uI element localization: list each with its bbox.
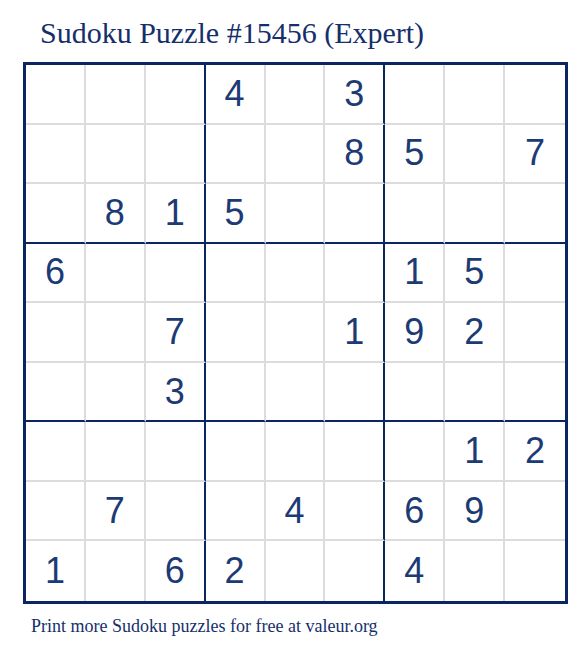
cell-r6c4 — [206, 363, 266, 423]
cell-r4c7: 1 — [385, 244, 445, 304]
given-digit: 9 — [404, 314, 424, 350]
cell-r9c4: 2 — [206, 541, 266, 601]
cell-r9c2 — [86, 541, 146, 601]
cell-r4c9 — [505, 244, 565, 304]
cell-r4c6 — [325, 244, 385, 304]
cell-r4c3 — [146, 244, 206, 304]
cell-r1c6: 3 — [325, 65, 385, 125]
cell-r8c3 — [146, 482, 206, 542]
cell-r4c1: 6 — [26, 244, 86, 304]
given-digit: 5 — [404, 135, 424, 171]
cell-r9c3: 6 — [146, 541, 206, 601]
given-digit: 2 — [464, 314, 484, 350]
cell-r6c1 — [26, 363, 86, 423]
cell-r1c5 — [266, 65, 326, 125]
given-digit: 5 — [464, 254, 484, 290]
cell-r5c5 — [266, 303, 326, 363]
given-digit: 7 — [105, 493, 125, 529]
cell-r2c6: 8 — [325, 125, 385, 185]
given-digit: 2 — [525, 433, 545, 469]
cell-r7c8: 1 — [445, 422, 505, 482]
cell-r2c4 — [206, 125, 266, 185]
cell-r5c1 — [26, 303, 86, 363]
cell-r1c7 — [385, 65, 445, 125]
cell-r4c2 — [86, 244, 146, 304]
given-digit: 1 — [45, 553, 65, 589]
cell-r7c7 — [385, 422, 445, 482]
cell-r5c2 — [86, 303, 146, 363]
cell-r3c7 — [385, 184, 445, 244]
cell-r3c4: 5 — [206, 184, 266, 244]
cell-r9c8 — [445, 541, 505, 601]
cell-r6c2 — [86, 363, 146, 423]
cell-r8c1 — [26, 482, 86, 542]
given-digit: 6 — [45, 254, 65, 290]
cell-r9c5 — [266, 541, 326, 601]
given-digit: 4 — [225, 76, 245, 112]
cell-r2c9: 7 — [505, 125, 565, 185]
cell-r9c9 — [505, 541, 565, 601]
cell-r7c4 — [206, 422, 266, 482]
cell-r3c3: 1 — [146, 184, 206, 244]
given-digit: 3 — [344, 76, 364, 112]
cell-r5c7: 9 — [385, 303, 445, 363]
cell-r5c6: 1 — [325, 303, 385, 363]
cell-r1c3 — [146, 65, 206, 125]
cell-r9c6 — [325, 541, 385, 601]
cell-r3c1 — [26, 184, 86, 244]
cell-r8c8: 9 — [445, 482, 505, 542]
page-title: Sudoku Puzzle #15456 (Expert) — [40, 18, 424, 48]
cell-r4c8: 5 — [445, 244, 505, 304]
given-digit: 4 — [284, 493, 304, 529]
given-digit: 3 — [165, 374, 185, 410]
cell-r1c2 — [86, 65, 146, 125]
given-digit: 5 — [225, 195, 245, 231]
cell-r2c2 — [86, 125, 146, 185]
cell-r8c7: 6 — [385, 482, 445, 542]
footer-text: Print more Sudoku puzzles for free at va… — [31, 616, 378, 638]
cell-r3c6 — [325, 184, 385, 244]
cell-r6c8 — [445, 363, 505, 423]
cell-r8c6 — [325, 482, 385, 542]
cell-r1c1 — [26, 65, 86, 125]
cell-r3c8 — [445, 184, 505, 244]
cell-r1c8 — [445, 65, 505, 125]
given-digit: 7 — [525, 135, 545, 171]
cell-r5c4 — [206, 303, 266, 363]
given-digit: 1 — [344, 314, 364, 350]
given-digit: 8 — [105, 195, 125, 231]
cell-r2c8 — [445, 125, 505, 185]
given-digit: 8 — [344, 135, 364, 171]
cell-r8c4 — [206, 482, 266, 542]
cell-r6c6 — [325, 363, 385, 423]
cell-r9c7: 4 — [385, 541, 445, 601]
cell-r8c2: 7 — [86, 482, 146, 542]
cell-r5c3: 7 — [146, 303, 206, 363]
cell-r7c5 — [266, 422, 326, 482]
cell-r4c5 — [266, 244, 326, 304]
given-digit: 7 — [165, 314, 185, 350]
cell-r7c6 — [325, 422, 385, 482]
cell-r4c4 — [206, 244, 266, 304]
sudoku-board: 43857815615719231274691624 — [23, 62, 568, 604]
cell-r5c9 — [505, 303, 565, 363]
cell-r6c7 — [385, 363, 445, 423]
given-digit: 1 — [464, 433, 484, 469]
cell-r9c1: 1 — [26, 541, 86, 601]
cell-r6c9 — [505, 363, 565, 423]
cell-r1c9 — [505, 65, 565, 125]
cell-r7c2 — [86, 422, 146, 482]
given-digit: 1 — [165, 195, 185, 231]
given-digit: 4 — [404, 553, 424, 589]
cell-r2c5 — [266, 125, 326, 185]
given-digit: 9 — [464, 493, 484, 529]
given-digit: 2 — [225, 553, 245, 589]
cell-r2c3 — [146, 125, 206, 185]
cell-r3c2: 8 — [86, 184, 146, 244]
cell-r5c8: 2 — [445, 303, 505, 363]
cell-r7c1 — [26, 422, 86, 482]
cell-r6c3: 3 — [146, 363, 206, 423]
cell-r7c3 — [146, 422, 206, 482]
given-digit: 6 — [165, 553, 185, 589]
cell-r2c7: 5 — [385, 125, 445, 185]
cell-r7c9: 2 — [505, 422, 565, 482]
given-digit: 6 — [404, 493, 424, 529]
cell-r8c9 — [505, 482, 565, 542]
cell-r2c1 — [26, 125, 86, 185]
cell-r8c5: 4 — [266, 482, 326, 542]
cell-r6c5 — [266, 363, 326, 423]
cell-r3c5 — [266, 184, 326, 244]
given-digit: 1 — [404, 254, 424, 290]
cell-r3c9 — [505, 184, 565, 244]
cell-r1c4: 4 — [206, 65, 266, 125]
